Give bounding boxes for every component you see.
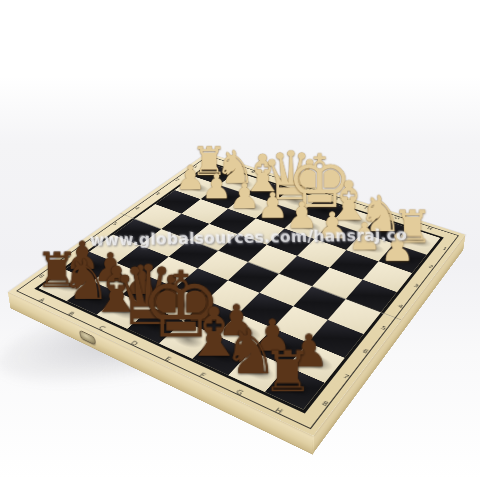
white-pawn[interactable]: ♟ [257, 188, 289, 223]
coord-label: E [163, 355, 173, 362]
coord-label: B [66, 310, 76, 316]
coord-label: 3 [412, 283, 420, 289]
coord-label: 8 [320, 399, 330, 407]
white-pawn[interactable]: ♟ [229, 178, 260, 213]
coord-label: 2 [427, 264, 434, 269]
metal-clasp [79, 329, 96, 345]
board-top-face: ABCDEFGH ABCDEFGH 12345678 12345678 ♜♞♝♛… [8, 153, 465, 436]
coord-label: 7 [342, 373, 351, 381]
coord-label: 3 [154, 191, 161, 195]
coord-label: G [234, 388, 245, 396]
coord-label: 4 [397, 303, 405, 309]
folding-chess-board: ABCDEFGH ABCDEFGH 12345678 12345678 ♜♞♝♛… [8, 153, 465, 436]
coord-label: H [274, 406, 285, 415]
coord-label: 4 [133, 206, 141, 210]
coord-label: 5 [111, 221, 119, 226]
coord-label: 5 [380, 325, 388, 332]
coord-label: F [198, 371, 207, 378]
coord-label: C [97, 325, 107, 332]
coord-label: 1 [441, 246, 448, 251]
coord-label: D [129, 339, 140, 346]
coord-label: A [37, 297, 47, 303]
black-rook[interactable]: ♜ [262, 343, 313, 400]
coord-label: 6 [361, 348, 370, 355]
chess-set-product-photo: ABCDEFGH ABCDEFGH 12345678 12345678 ♜♞♝♛… [0, 0, 480, 480]
white-pawn[interactable]: ♟ [202, 170, 233, 204]
squares-grid: ♜♞♝♛♚♝♞♜♟♟♟♟♟♟♟♟♟♟♟♟♟♟♟♟♜♞♝♛♚♝♞♜ [34, 162, 444, 413]
